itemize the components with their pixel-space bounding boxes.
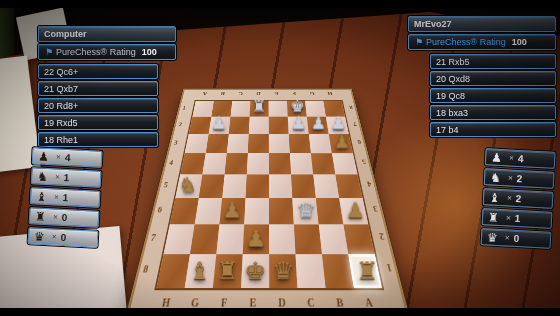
multiply-sign: × <box>508 173 513 182</box>
file-label: E <box>238 295 267 309</box>
rank-label: 5 <box>360 152 369 173</box>
rank-label: 7 <box>351 116 358 133</box>
rank-label: 6 <box>355 133 363 152</box>
black-pawn-f6[interactable]: ♟ <box>218 199 247 220</box>
multiply-sign: × <box>505 233 510 242</box>
rank-label: 4 <box>167 152 176 173</box>
board-square-c8[interactable] <box>296 254 326 288</box>
file-label: F <box>209 295 239 309</box>
pawn-icon: ♟ <box>38 150 53 163</box>
board-square-h7[interactable] <box>164 224 195 254</box>
rating-flag-icon: ⚑ <box>415 37 423 47</box>
multiply-sign: × <box>56 152 61 161</box>
board-square-f3[interactable] <box>227 134 249 153</box>
file-label: C <box>231 91 249 96</box>
rating-bar: ⚑PureChess® Rating100 <box>408 34 556 50</box>
capture-count: 1 <box>64 172 70 183</box>
move-entry: 21 Qxb7 <box>38 81 158 96</box>
white-pawn-g2[interactable]: ♟ <box>207 115 230 132</box>
board-square-d3[interactable] <box>269 134 290 153</box>
queen-icon: ♛ <box>487 231 502 244</box>
board-square-b2[interactable]: ♟ <box>307 117 329 134</box>
cursor-square-a8[interactable]: ♜ <box>348 254 382 288</box>
board-square-h4[interactable] <box>180 153 205 174</box>
board-square-g5[interactable] <box>199 174 225 198</box>
file-label: B <box>213 91 232 96</box>
move-entry: 18 Rhe1 <box>38 132 158 147</box>
multiply-sign: × <box>53 212 58 221</box>
board-square-f4[interactable] <box>225 153 248 174</box>
black-rook-a8[interactable]: ♜ <box>351 259 384 283</box>
player-panel-opponent: MrEvo27 ⚑PureChess® Rating100 21 Rxb520 … <box>408 16 556 139</box>
board-square-d7[interactable] <box>269 224 295 254</box>
board-square-a3[interactable]: ♟ <box>329 134 353 153</box>
board-square-d5[interactable] <box>269 174 292 198</box>
board-square-d4[interactable] <box>269 153 291 174</box>
black-pawn-e7[interactable]: ♟ <box>241 227 272 250</box>
board-square-e4[interactable] <box>247 153 269 174</box>
board-square-f5[interactable] <box>222 174 247 198</box>
rating-bar: ⚑PureChess® Rating100 <box>38 44 176 60</box>
move-entry: 20 Qxd8 <box>430 71 556 86</box>
bishop-icon: ♝ <box>489 191 504 204</box>
tray-row-bishop: ♝×2 <box>483 188 554 209</box>
captured-tray-white-pieces: ♟×4♞×2♝×2♜×1♛×0 <box>480 148 555 252</box>
capture-count: 0 <box>60 232 66 243</box>
rank-label: 2 <box>176 116 183 133</box>
multiply-sign: × <box>507 193 512 202</box>
board-square-f6[interactable]: ♟ <box>219 198 245 224</box>
file-label: B <box>325 295 356 309</box>
board-square-c7[interactable] <box>294 224 322 254</box>
board-square-b5[interactable] <box>313 174 339 198</box>
board-square-a7[interactable] <box>343 224 374 254</box>
capture-count: 0 <box>513 233 519 244</box>
multiply-sign: × <box>55 172 60 181</box>
tray-row-queen: ♛×0 <box>28 227 99 248</box>
board-square-a5[interactable] <box>335 174 362 198</box>
board-square-e6[interactable] <box>244 198 269 224</box>
black-pawn-a3[interactable]: ♟ <box>330 133 355 151</box>
file-labels-bottom: HGFEDCBA <box>150 295 384 309</box>
rating-label: PureChess® Rating <box>56 47 136 57</box>
multiply-sign: × <box>509 153 514 162</box>
black-queen-d8[interactable]: ♛ <box>267 259 300 283</box>
rank-label: 1 <box>181 100 188 116</box>
capture-count: 0 <box>61 212 67 223</box>
multiply-sign: × <box>54 192 59 201</box>
capture-count: 2 <box>517 173 523 184</box>
white-rook-e1[interactable]: ♜ <box>248 98 270 115</box>
board-square-h5[interactable]: ♞ <box>175 174 202 198</box>
tray-row-knight: ♞×1 <box>31 167 102 188</box>
board-square-f2[interactable] <box>229 117 250 134</box>
rating-value: 100 <box>512 37 527 47</box>
captured-tray-black-pieces: ♟×4♞×1♝×1♜×0♛×0 <box>27 147 102 251</box>
chess-board-wrap: HGFEDCBA HGFEDCBA 12345678 12345678 ♜♚♟♟… <box>164 53 371 293</box>
player-name: MrEvo27 <box>408 16 556 32</box>
board-square-b3[interactable] <box>309 134 332 153</box>
capture-count: 4 <box>518 153 524 164</box>
board-square-e3[interactable] <box>248 134 269 153</box>
tray-row-queen: ♛×0 <box>481 228 552 249</box>
move-entry: 22 Qc6+ <box>38 64 158 79</box>
capture-count: 2 <box>515 193 521 204</box>
queen-icon: ♛ <box>34 230 49 243</box>
board-square-g4[interactable] <box>202 153 226 174</box>
white-queen-c6[interactable]: ♛ <box>291 199 320 220</box>
board-square-a6[interactable]: ♟ <box>339 198 368 224</box>
file-label: E <box>268 91 286 96</box>
board-square-d6[interactable] <box>269 198 294 224</box>
board-square-e7[interactable]: ♟ <box>243 224 269 254</box>
move-entry: 20 Rd8+ <box>38 98 158 113</box>
rook-icon: ♜ <box>488 211 503 224</box>
file-label: A <box>353 295 385 309</box>
board-square-c4[interactable] <box>290 153 313 174</box>
file-label: H <box>321 91 340 96</box>
board-square-g7[interactable] <box>190 224 219 254</box>
rook-icon: ♜ <box>35 210 50 223</box>
tray-row-pawn: ♟×4 <box>32 147 103 168</box>
tray-row-rook: ♜×1 <box>482 208 553 229</box>
knight-icon: ♞ <box>490 171 505 184</box>
move-list-opponent: 21 Rxb520 Qxd819 Qc818 bxa317 b4 <box>430 54 556 137</box>
black-knight-h5[interactable]: ♞ <box>174 175 201 195</box>
rating-label: PureChess® Rating <box>426 37 506 47</box>
black-pawn-a6[interactable]: ♟ <box>341 199 370 220</box>
letterbox-bottom <box>0 308 560 316</box>
file-label: H <box>150 295 182 309</box>
player-name: Computer <box>38 26 176 42</box>
tray-row-pawn: ♟×4 <box>485 148 556 169</box>
tray-row-knight: ♞×2 <box>484 168 555 189</box>
white-pawn-a2[interactable]: ♟ <box>327 115 350 132</box>
rank-label: 5 <box>161 173 170 196</box>
move-list-computer: 22 Qc6+21 Qxb720 Rd8+19 Rxd518 Rhe1 <box>38 64 158 147</box>
board-square-g2[interactable]: ♟ <box>209 117 231 134</box>
file-labels-top: HGFEDCBA <box>195 91 339 96</box>
capture-count: 1 <box>514 213 520 224</box>
move-entry: 17 b4 <box>430 122 556 137</box>
capture-count: 4 <box>65 152 71 163</box>
board-square-g3[interactable] <box>206 134 229 153</box>
board-square-e5[interactable] <box>246 174 269 198</box>
move-entry: 21 Rxb5 <box>430 54 556 69</box>
pawn-icon: ♟ <box>491 151 506 164</box>
move-entry: 19 Qc8 <box>430 88 556 103</box>
move-entry: 19 Rxd5 <box>38 115 158 130</box>
board-square-d2[interactable] <box>269 117 289 134</box>
file-label: G <box>303 91 322 96</box>
board-square-c3[interactable] <box>289 134 311 153</box>
multiply-sign: × <box>506 213 511 222</box>
board-square-e1[interactable]: ♜ <box>250 101 269 117</box>
player-panel-computer: Computer ⚑PureChess® Rating100 22 Qc6+21… <box>38 26 176 149</box>
tray-row-bishop: ♝×1 <box>30 187 101 208</box>
board-square-e2[interactable] <box>249 117 269 134</box>
board-square-d1[interactable] <box>269 101 288 117</box>
bishop-icon: ♝ <box>36 190 51 203</box>
file-label: G <box>180 295 211 309</box>
board-square-c6[interactable]: ♛ <box>292 198 318 224</box>
multiply-sign: × <box>52 232 57 241</box>
letterbox-top <box>0 0 560 8</box>
board-square-a4[interactable] <box>332 153 358 174</box>
board-grid: ♜♚♟♟♟♟♟♞♟♛♟♟♝♜♚♛♜ <box>154 100 384 290</box>
board-square-c5[interactable] <box>291 174 316 198</box>
capture-count: 1 <box>62 192 68 203</box>
rank-label: 8 <box>347 100 354 116</box>
board-square-c2[interactable]: ♟ <box>288 117 309 134</box>
move-entry: 18 bxa3 <box>430 105 556 120</box>
file-label: D <box>268 295 297 309</box>
file-label: A <box>195 91 214 96</box>
board-square-e8[interactable]: ♚ <box>241 254 269 288</box>
pure-chess-screen: { "game": "chess", "app": "Pure Chess", … <box>0 0 560 316</box>
board-square-d8[interactable]: ♛ <box>269 254 297 288</box>
knight-icon: ♞ <box>37 170 52 183</box>
rank-label: 6 <box>155 196 165 222</box>
rating-value: 100 <box>142 47 157 57</box>
file-label: C <box>296 295 326 309</box>
rating-flag-icon: ⚑ <box>45 47 53 57</box>
tray-row-rook: ♜×0 <box>29 207 100 228</box>
